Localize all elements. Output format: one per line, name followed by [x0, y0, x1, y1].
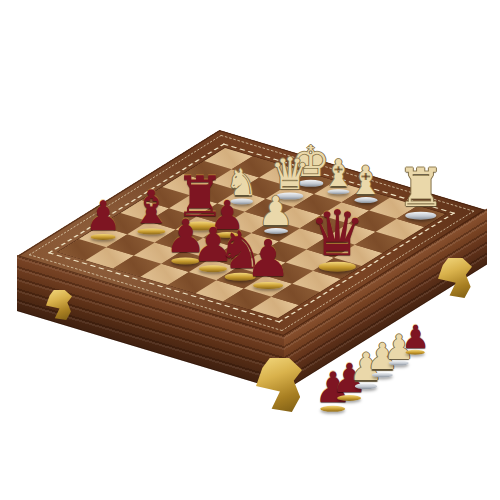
chess-piece-red-pawn: ♟ — [401, 321, 430, 354]
chess-set-product-photo: ♚♝♛♝♞♜♜♟♝♟♟♟♛♟♞♟ ♟♟♟♟♟♟ — [0, 0, 500, 500]
captured-pieces-row: ♟♟♟♟♟♟ — [0, 0, 500, 500]
pawn-glyph: ♟ — [401, 321, 430, 351]
